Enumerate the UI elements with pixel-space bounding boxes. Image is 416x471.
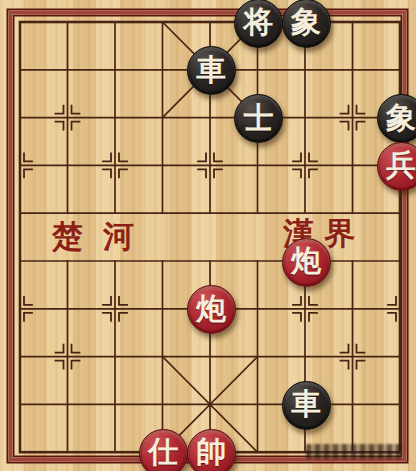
piece-black-chariot[interactable]: 車 — [187, 46, 236, 95]
piece-red-advisor[interactable]: 仕 — [139, 429, 188, 471]
piece-glyph: 象 — [386, 103, 416, 133]
river-label-chu-he: 楚河 — [52, 219, 154, 253]
piece-red-cannon[interactable]: 炮 — [282, 238, 331, 287]
watermark — [306, 444, 402, 459]
piece-glyph: 象 — [291, 7, 321, 37]
piece-red-general[interactable]: 帥 — [187, 429, 236, 471]
piece-black-elephant[interactable]: 象 — [282, 0, 331, 48]
piece-glyph: 炮 — [196, 294, 226, 324]
piece-black-general[interactable]: 将 — [234, 0, 283, 48]
piece-glyph: 車 — [196, 55, 226, 85]
piece-glyph: 士 — [244, 103, 274, 133]
piece-glyph: 兵 — [386, 150, 416, 180]
piece-glyph: 将 — [244, 7, 274, 37]
piece-glyph: 炮 — [291, 246, 321, 276]
piece-glyph: 車 — [291, 389, 321, 419]
piece-black-advisor[interactable]: 士 — [234, 94, 283, 143]
piece-black-chariot[interactable]: 車 — [282, 381, 331, 430]
piece-glyph: 帥 — [196, 437, 226, 467]
piece-red-cannon[interactable]: 炮 — [187, 285, 236, 334]
xiangqi-board: 楚河 漢界 将象車士象兵炮炮車仕帥 — [0, 0, 416, 471]
piece-glyph: 仕 — [149, 437, 179, 467]
